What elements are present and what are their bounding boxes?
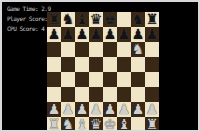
square-h4[interactable] <box>145 72 159 87</box>
black-pawn[interactable]: ♟ <box>48 27 61 42</box>
square-g8[interactable]: ♞ <box>131 12 145 27</box>
square-h8[interactable]: ♜ <box>145 12 159 27</box>
white-pawn[interactable]: ♟ <box>104 102 117 117</box>
square-a7[interactable]: ♟ <box>47 27 61 42</box>
square-e3[interactable] <box>103 87 117 102</box>
black-rook[interactable]: ♜ <box>146 12 159 27</box>
square-c8[interactable]: ♝ <box>75 12 89 27</box>
white-pawn[interactable]: ♟ <box>76 102 89 117</box>
black-rook[interactable]: ♜ <box>48 12 61 27</box>
chess-app-window: { "game": "chess", "position": "rnbqk1nr… <box>0 0 200 132</box>
square-d5[interactable] <box>89 57 103 72</box>
square-b2[interactable]: ♟ <box>61 102 75 117</box>
square-b7[interactable]: ♟ <box>61 27 75 42</box>
black-knight[interactable]: ♞ <box>62 12 75 27</box>
square-a2[interactable]: ♟ <box>47 102 61 117</box>
square-f1[interactable]: ♝ <box>117 117 131 132</box>
white-bishop[interactable]: ♝ <box>76 117 89 132</box>
square-b5[interactable] <box>61 57 75 72</box>
square-f2[interactable]: ♟ <box>117 102 131 117</box>
square-f4[interactable] <box>117 72 131 87</box>
square-c5[interactable] <box>75 57 89 72</box>
square-a5[interactable] <box>47 57 61 72</box>
square-b1[interactable]: ♞ <box>61 117 75 132</box>
square-f6[interactable] <box>117 42 131 57</box>
white-pawn[interactable]: ♟ <box>146 102 159 117</box>
square-h2[interactable]: ♟ <box>145 102 159 117</box>
square-e1[interactable]: ♚ <box>103 117 117 132</box>
square-d8[interactable]: ♛ <box>89 12 103 27</box>
square-c4[interactable] <box>75 72 89 87</box>
square-e2[interactable]: ♟ <box>103 102 117 117</box>
white-king[interactable]: ♚ <box>104 117 117 132</box>
square-d6[interactable] <box>89 42 103 57</box>
black-pawn[interactable]: ♟ <box>90 27 103 42</box>
square-d3[interactable] <box>89 87 103 102</box>
square-a6[interactable] <box>47 42 61 57</box>
square-c2[interactable]: ♟ <box>75 102 89 117</box>
white-rook[interactable]: ♜ <box>48 117 61 132</box>
black-pawn[interactable]: ♟ <box>76 27 89 42</box>
square-h7[interactable]: ♟ <box>145 27 159 42</box>
square-f7[interactable]: ♟ <box>117 27 131 42</box>
square-e7[interactable]: ♟ <box>103 27 117 42</box>
square-g5[interactable] <box>131 57 145 72</box>
square-b6[interactable] <box>61 42 75 57</box>
square-b3[interactable] <box>61 87 75 102</box>
black-pawn[interactable]: ♟ <box>118 27 131 42</box>
square-b8[interactable]: ♞ <box>61 12 75 27</box>
square-a3[interactable] <box>47 87 61 102</box>
square-g6[interactable]: ♞ <box>131 42 145 57</box>
square-d4[interactable] <box>89 72 103 87</box>
square-g3[interactable] <box>131 87 145 102</box>
white-pawn[interactable]: ♟ <box>62 102 75 117</box>
black-pawn[interactable]: ♟ <box>146 27 159 42</box>
square-f3[interactable] <box>117 87 131 102</box>
square-c6[interactable] <box>75 42 89 57</box>
square-b4[interactable] <box>61 72 75 87</box>
square-c3[interactable] <box>75 87 89 102</box>
white-knight[interactable]: ♞ <box>62 117 75 132</box>
square-c7[interactable]: ♟ <box>75 27 89 42</box>
white-rook[interactable]: ♜ <box>146 117 159 132</box>
black-queen[interactable]: ♛ <box>90 12 103 27</box>
square-e8[interactable]: ♚ <box>103 12 117 27</box>
white-pawn[interactable]: ♟ <box>132 102 145 117</box>
square-d2[interactable]: ♟ <box>89 102 103 117</box>
square-h6[interactable] <box>145 42 159 57</box>
black-king[interactable]: ♚ <box>104 12 117 27</box>
white-knight[interactable]: ♞ <box>132 42 145 57</box>
square-e5[interactable] <box>103 57 117 72</box>
square-d7[interactable]: ♟ <box>89 27 103 42</box>
square-f8[interactable] <box>117 12 131 27</box>
square-e4[interactable] <box>103 72 117 87</box>
square-h1[interactable]: ♜ <box>145 117 159 132</box>
white-pawn[interactable]: ♟ <box>48 102 61 117</box>
square-c1[interactable]: ♝ <box>75 117 89 132</box>
square-a4[interactable] <box>47 72 61 87</box>
square-f5[interactable] <box>117 57 131 72</box>
square-e6[interactable] <box>103 42 117 57</box>
black-knight[interactable]: ♞ <box>132 12 145 27</box>
white-pawn[interactable]: ♟ <box>90 102 103 117</box>
white-bishop[interactable]: ♝ <box>118 117 131 132</box>
square-a1[interactable]: ♜ <box>47 117 61 132</box>
square-a8[interactable]: ♜ <box>47 12 61 27</box>
square-g4[interactable] <box>131 72 145 87</box>
chess-board: ♜♞♝♛♚♞♜♟♟♟♟♟♟♟♟♞♟♟♟♟♟♟♟♟♜♞♝♛♚♝♜ <box>47 12 159 132</box>
square-g1[interactable] <box>131 117 145 132</box>
black-pawn[interactable]: ♟ <box>132 27 145 42</box>
black-bishop[interactable]: ♝ <box>76 12 89 27</box>
square-g7[interactable]: ♟ <box>131 27 145 42</box>
square-g2[interactable]: ♟ <box>131 102 145 117</box>
black-pawn[interactable]: ♟ <box>62 27 75 42</box>
white-queen[interactable]: ♛ <box>90 117 103 132</box>
square-d1[interactable]: ♛ <box>89 117 103 132</box>
square-h3[interactable] <box>145 87 159 102</box>
square-h5[interactable] <box>145 57 159 72</box>
black-pawn[interactable]: ♟ <box>104 27 117 42</box>
white-pawn[interactable]: ♟ <box>118 102 131 117</box>
